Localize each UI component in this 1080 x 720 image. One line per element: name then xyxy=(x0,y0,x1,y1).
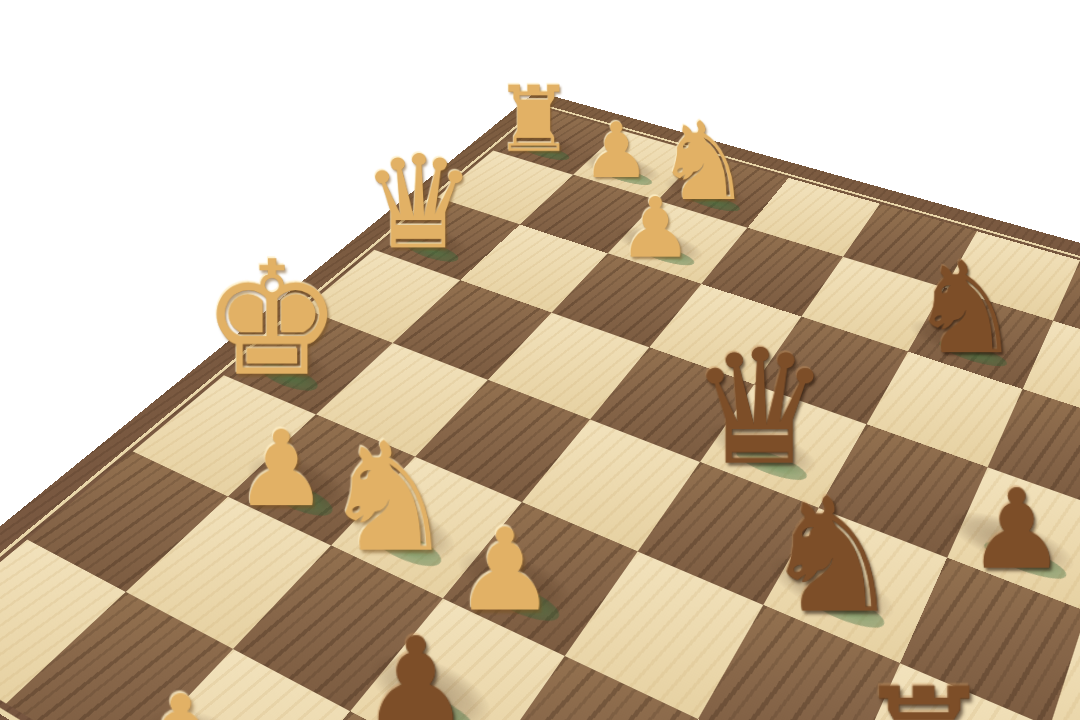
chess-board: ♜♟♞♟♞♛♛♟♚♞♟♞♟♜♟♟ xyxy=(0,91,1080,720)
white-rook[interactable]: ♜ xyxy=(494,78,575,161)
white-pawn[interactable]: ♟ xyxy=(582,116,650,186)
black-pawn[interactable]: ♟ xyxy=(967,479,1066,580)
photo-scene: ♜♟♞♟♞♛♛♟♚♞♟♞♟♜♟♟ xyxy=(0,0,1080,720)
black-knight[interactable]: ♞ xyxy=(761,485,903,630)
square-e1[interactable]: ♚ xyxy=(224,309,393,415)
white-queen[interactable]: ♛ xyxy=(361,144,477,263)
black-pawn[interactable]: ♟ xyxy=(360,627,471,720)
black-queen[interactable]: ♛ xyxy=(689,336,831,482)
black-knight[interactable]: ♞ xyxy=(909,251,1023,368)
board-playing-field: ♜♟♞♟♞♛♛♟♚♞♟♞♟♜♟♟ xyxy=(0,108,1080,720)
white-king[interactable]: ♚ xyxy=(201,247,343,392)
white-pawn[interactable]: ♟ xyxy=(123,684,239,720)
white-pawn[interactable]: ♟ xyxy=(618,190,693,266)
white-knight[interactable]: ♞ xyxy=(321,430,456,569)
black-rook[interactable]: ♜ xyxy=(853,674,996,720)
white-pawn[interactable]: ♟ xyxy=(454,518,556,623)
white-pawn[interactable]: ♟ xyxy=(234,421,328,517)
